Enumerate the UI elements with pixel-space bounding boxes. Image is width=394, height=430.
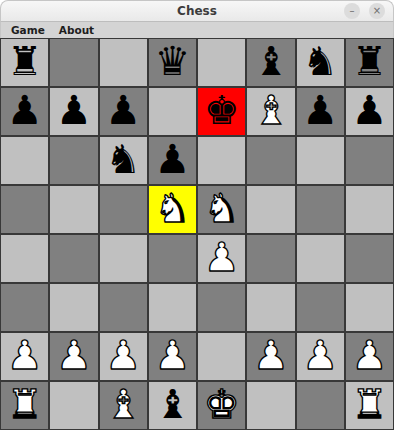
square-g4[interactable]	[296, 234, 345, 283]
square-d8[interactable]: ♛	[148, 38, 197, 87]
piece-white-bishop: ♝	[253, 90, 289, 130]
piece-black-rook: ♜	[7, 41, 43, 81]
square-c3[interactable]	[99, 283, 148, 332]
piece-white-king: ♚	[204, 384, 240, 424]
piece-black-pawn: ♟	[351, 90, 387, 130]
square-b6[interactable]	[49, 136, 98, 185]
piece-black-queen: ♛	[154, 41, 190, 81]
square-f4[interactable]	[246, 234, 295, 283]
menu-bar: Game About	[0, 22, 394, 38]
square-g1[interactable]	[296, 381, 345, 430]
square-c5[interactable]	[99, 185, 148, 234]
square-g5[interactable]	[296, 185, 345, 234]
close-button[interactable]: ×	[369, 3, 385, 19]
square-f3[interactable]	[246, 283, 295, 332]
square-c6[interactable]: ♞	[99, 136, 148, 185]
square-c8[interactable]	[99, 38, 148, 87]
piece-black-pawn: ♟	[154, 139, 190, 179]
piece-black-pawn: ♟	[105, 90, 141, 130]
square-f2[interactable]: ♟	[246, 332, 295, 381]
square-e8[interactable]	[197, 38, 246, 87]
piece-white-knight: ♞	[154, 188, 190, 228]
piece-white-pawn: ♟	[302, 335, 338, 375]
square-e7[interactable]: ♚	[197, 87, 246, 136]
square-a5[interactable]	[0, 185, 49, 234]
square-f1[interactable]	[246, 381, 295, 430]
piece-white-pawn: ♟	[253, 335, 289, 375]
square-d1[interactable]: ♝	[148, 381, 197, 430]
square-d4[interactable]	[148, 234, 197, 283]
square-c7[interactable]: ♟	[99, 87, 148, 136]
square-h6[interactable]	[345, 136, 394, 185]
square-e5[interactable]: ♞	[197, 185, 246, 234]
square-a6[interactable]	[0, 136, 49, 185]
square-d2[interactable]: ♟	[148, 332, 197, 381]
piece-black-bishop: ♝	[253, 41, 289, 81]
square-a2[interactable]: ♟	[0, 332, 49, 381]
piece-white-pawn: ♟	[7, 335, 43, 375]
square-f6[interactable]	[246, 136, 295, 185]
piece-white-pawn: ♟	[204, 237, 240, 277]
square-h5[interactable]	[345, 185, 394, 234]
square-b4[interactable]	[49, 234, 98, 283]
square-h8[interactable]: ♜	[345, 38, 394, 87]
minimize-button[interactable]: –	[344, 3, 360, 19]
square-e3[interactable]	[197, 283, 246, 332]
square-c1[interactable]: ♝	[99, 381, 148, 430]
square-g3[interactable]	[296, 283, 345, 332]
piece-white-pawn: ♟	[105, 335, 141, 375]
square-e6[interactable]	[197, 136, 246, 185]
piece-white-pawn: ♟	[56, 335, 92, 375]
square-h4[interactable]	[345, 234, 394, 283]
square-b3[interactable]	[49, 283, 98, 332]
square-b7[interactable]: ♟	[49, 87, 98, 136]
square-g6[interactable]	[296, 136, 345, 185]
square-d5[interactable]: ♞	[148, 185, 197, 234]
square-d7[interactable]	[148, 87, 197, 136]
piece-black-king: ♚	[204, 90, 240, 130]
square-a3[interactable]	[0, 283, 49, 332]
piece-black-pawn: ♟	[56, 90, 92, 130]
square-c2[interactable]: ♟	[99, 332, 148, 381]
window-title: Chess	[1, 1, 393, 21]
piece-white-rook: ♜	[7, 384, 43, 424]
square-d3[interactable]	[148, 283, 197, 332]
piece-black-knight: ♞	[105, 139, 141, 179]
chess-app-window: Chess – × Game About ♜♛♝♞♜♟♟♟♚♝♟♟♞♟♞♞♟♟♟…	[0, 0, 394, 430]
square-b5[interactable]	[49, 185, 98, 234]
piece-white-knight: ♞	[204, 188, 240, 228]
square-b1[interactable]	[49, 381, 98, 430]
square-e2[interactable]	[197, 332, 246, 381]
square-a1[interactable]: ♜	[0, 381, 49, 430]
piece-white-pawn: ♟	[351, 335, 387, 375]
square-f5[interactable]	[246, 185, 295, 234]
piece-black-rook: ♜	[351, 41, 387, 81]
piece-white-bishop: ♝	[105, 384, 141, 424]
menu-item-about[interactable]: About	[59, 22, 94, 38]
square-e1[interactable]: ♚	[197, 381, 246, 430]
square-g8[interactable]: ♞	[296, 38, 345, 87]
square-f7[interactable]: ♝	[246, 87, 295, 136]
square-d6[interactable]: ♟	[148, 136, 197, 185]
title-bar: Chess – ×	[0, 0, 394, 22]
menu-item-game[interactable]: Game	[11, 22, 45, 38]
square-h7[interactable]: ♟	[345, 87, 394, 136]
window-controls: – ×	[344, 1, 385, 21]
square-h3[interactable]	[345, 283, 394, 332]
piece-white-rook: ♜	[351, 384, 387, 424]
square-f8[interactable]: ♝	[246, 38, 295, 87]
piece-black-bishop: ♝	[154, 384, 190, 424]
square-h2[interactable]: ♟	[345, 332, 394, 381]
piece-white-pawn: ♟	[154, 335, 190, 375]
square-a4[interactable]	[0, 234, 49, 283]
piece-black-pawn: ♟	[7, 90, 43, 130]
chess-board: ♜♛♝♞♜♟♟♟♚♝♟♟♞♟♞♞♟♟♟♟♟♟♟♟♜♝♝♚♜	[0, 38, 394, 430]
square-h1[interactable]: ♜	[345, 381, 394, 430]
square-g7[interactable]: ♟	[296, 87, 345, 136]
square-a8[interactable]: ♜	[0, 38, 49, 87]
piece-black-knight: ♞	[302, 41, 338, 81]
square-e4[interactable]: ♟	[197, 234, 246, 283]
square-g2[interactable]: ♟	[296, 332, 345, 381]
square-c4[interactable]	[99, 234, 148, 283]
square-b8[interactable]	[49, 38, 98, 87]
piece-black-pawn: ♟	[302, 90, 338, 130]
square-a7[interactable]: ♟	[0, 87, 49, 136]
square-b2[interactable]: ♟	[49, 332, 98, 381]
